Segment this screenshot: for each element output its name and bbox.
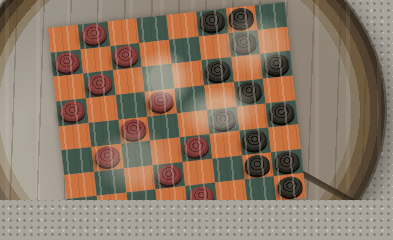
board-square[interactable] [180, 134, 212, 162]
board-square[interactable] [196, 8, 228, 36]
checker-black[interactable] [274, 151, 301, 174]
board-square[interactable] [88, 119, 120, 147]
board-square [53, 74, 85, 102]
board-square[interactable] [228, 30, 260, 58]
board-square [150, 137, 182, 165]
board-square [64, 172, 96, 200]
board-square [139, 39, 171, 67]
board-square[interactable] [56, 98, 88, 126]
board-square [182, 159, 214, 187]
board-square [274, 173, 306, 200]
board-square [80, 46, 112, 74]
photo-checkers-on-barrel: { "game": "checkers", "scene": { "surfac… [0, 0, 393, 200]
checker-black[interactable] [268, 102, 295, 125]
board-square[interactable] [137, 15, 169, 43]
board-square[interactable] [271, 149, 303, 177]
board-square[interactable] [260, 51, 292, 79]
board-square[interactable] [115, 92, 147, 120]
board-square[interactable] [51, 49, 83, 77]
checker-red[interactable] [120, 118, 147, 141]
checker-red[interactable] [112, 44, 139, 67]
checker-black[interactable] [263, 53, 290, 76]
checker-red[interactable] [69, 198, 96, 200]
board-square [107, 18, 139, 46]
board-square [199, 33, 231, 61]
board-square[interactable] [78, 21, 110, 49]
board-square [156, 186, 188, 200]
board-square[interactable] [83, 70, 115, 98]
board-square[interactable] [234, 79, 266, 107]
board-square [242, 152, 274, 180]
checker-black[interactable] [236, 80, 263, 103]
board-square[interactable] [201, 57, 233, 85]
board-square [172, 61, 204, 89]
board-square [118, 116, 150, 144]
checker-red[interactable] [94, 146, 121, 169]
board-square [236, 103, 268, 131]
board-square[interactable] [169, 36, 201, 64]
checker-red[interactable] [59, 100, 86, 123]
board-square[interactable] [174, 85, 206, 113]
board-square[interactable] [94, 168, 126, 196]
board-square [269, 124, 301, 152]
checker-black[interactable] [276, 175, 303, 198]
board-square [91, 144, 123, 172]
board-square [48, 25, 80, 53]
board-square[interactable] [266, 100, 298, 128]
checker-red[interactable] [155, 164, 182, 187]
board-square [204, 82, 236, 110]
board-square [86, 95, 118, 123]
checker-red[interactable] [188, 185, 215, 200]
board-square [263, 75, 295, 103]
board-square[interactable] [110, 43, 142, 71]
board-square[interactable] [62, 147, 94, 175]
board-square [209, 131, 241, 159]
checker-red[interactable] [53, 51, 80, 74]
checker-red[interactable] [182, 136, 209, 159]
board-square[interactable] [148, 113, 180, 141]
checker-black[interactable] [241, 129, 268, 152]
board-square [166, 12, 198, 40]
checker-black[interactable] [204, 59, 231, 82]
checker-black[interactable] [231, 31, 258, 54]
board-square[interactable] [153, 162, 185, 190]
checker-black[interactable] [228, 7, 255, 30]
board-square [225, 5, 257, 33]
checker-red[interactable] [80, 23, 107, 46]
board-square[interactable] [255, 2, 287, 30]
checker-red[interactable] [86, 72, 113, 95]
board-square[interactable] [207, 106, 239, 134]
checker-black[interactable] [244, 154, 271, 177]
board-square[interactable] [121, 141, 153, 169]
board-square [113, 67, 145, 95]
board-square[interactable] [185, 183, 217, 200]
board-square[interactable] [212, 155, 244, 183]
checker-black[interactable] [209, 108, 236, 131]
checker-red[interactable] [147, 90, 174, 113]
board-square [231, 54, 263, 82]
board-square [123, 165, 155, 193]
board-square [59, 123, 91, 151]
checker-black[interactable] [198, 10, 225, 33]
board-square [177, 110, 209, 138]
board-square [215, 180, 247, 200]
checkers-board [48, 2, 306, 200]
board-square [258, 26, 290, 54]
board-square[interactable] [244, 176, 276, 200]
board-square[interactable] [239, 128, 271, 156]
board-square[interactable] [142, 64, 174, 92]
board-square [145, 88, 177, 116]
